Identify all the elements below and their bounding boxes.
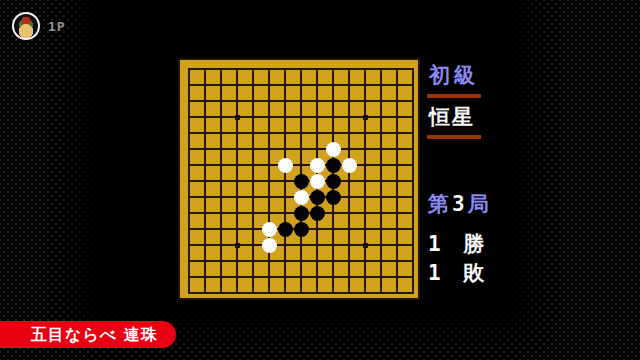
black-stone: [310, 190, 325, 205]
opponent-name-box: 恒星: [427, 94, 481, 139]
black-stone: [278, 222, 293, 237]
black-stone: [294, 222, 309, 237]
game-number-value: 3: [450, 192, 468, 216]
game-number-suffix: 局: [468, 192, 490, 216]
black-stone: [294, 206, 309, 221]
game-title-banner: 五目ならべ 連珠: [0, 321, 176, 348]
black-stone: [326, 190, 341, 205]
star-point: [235, 115, 240, 120]
losses-count: 1 敗: [428, 259, 489, 287]
black-stone: [310, 206, 325, 221]
star-point: [363, 115, 368, 120]
white-stone: [310, 158, 325, 173]
white-stone: [262, 238, 277, 253]
black-stone: [326, 174, 341, 189]
wins-count: 1 勝: [428, 230, 489, 258]
black-stone: [326, 158, 341, 173]
star-point: [235, 243, 240, 248]
difficulty-label: 初級: [429, 61, 479, 89]
game-screen: 初級 恒星 第3局 1 勝 1 敗: [96, 0, 512, 312]
white-stone: [262, 222, 277, 237]
game-number-prefix: 第: [428, 192, 450, 216]
nes-screen: 初級 恒星 第3局 1 勝 1 敗 1P 五目ならべ 連珠: [0, 0, 640, 360]
white-stone: [294, 190, 309, 205]
white-stone: [326, 142, 341, 157]
white-stone: [278, 158, 293, 173]
star-point: [363, 243, 368, 248]
player-avatar-bowser-icon[interactable]: [12, 12, 40, 40]
game-title-text: 五目ならべ 連珠: [31, 325, 158, 344]
black-stone: [294, 174, 309, 189]
white-stone: [310, 174, 325, 189]
white-stone: [342, 158, 357, 173]
opponent-name: 恒星: [429, 105, 475, 129]
renju-board[interactable]: [178, 58, 420, 300]
player-label: 1P: [48, 19, 66, 34]
game-number: 第3局: [428, 190, 490, 218]
